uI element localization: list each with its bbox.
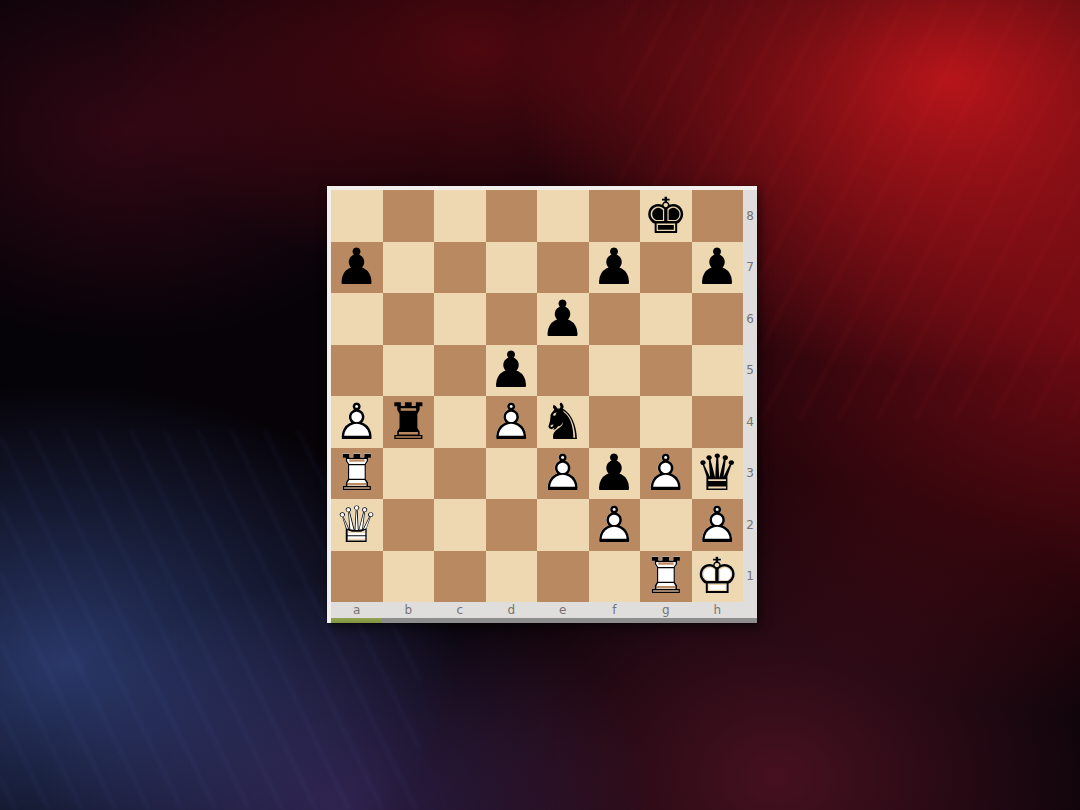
file-coordinates: abcdefgh [331,602,757,618]
square-e2[interactable] [537,499,589,551]
square-h2[interactable]: ♟♙ [692,499,744,551]
black-pawn[interactable]: ♟ [537,293,589,345]
black-pawn[interactable]: ♟ [589,448,641,500]
file-label-a: a [331,602,383,618]
square-b1[interactable] [383,551,435,603]
square-g5[interactable] [640,345,692,397]
square-b8[interactable] [383,190,435,242]
piece-outline: ♙ [537,448,589,500]
square-c6[interactable] [434,293,486,345]
square-g7[interactable] [640,242,692,294]
square-e6[interactable]: ♟ [537,293,589,345]
square-f3[interactable]: ♟ [589,448,641,500]
square-f2[interactable]: ♟♙ [589,499,641,551]
square-a5[interactable] [331,345,383,397]
white-pawn[interactable]: ♟♙ [537,448,589,500]
square-g8[interactable]: ♚ [640,190,692,242]
square-g1[interactable]: ♜♖ [640,551,692,603]
piece-outline: ♖ [640,551,692,603]
piece-outline: ♙ [331,396,383,448]
square-a6[interactable] [331,293,383,345]
white-queen[interactable]: ♛♕ [331,499,383,551]
square-c4[interactable] [434,396,486,448]
square-f1[interactable] [589,551,641,603]
square-a8[interactable] [331,190,383,242]
file-label-c: c [434,602,486,618]
black-pawn[interactable]: ♟ [589,242,641,294]
rank-label-5: 5 [743,345,757,397]
black-queen[interactable]: ♛ [692,448,744,500]
black-king[interactable]: ♚ [640,190,692,242]
square-h3[interactable]: ♛ [692,448,744,500]
piece-outline: ♙ [486,396,538,448]
progress-fill [331,618,382,623]
piece-outline: ♙ [589,499,641,551]
rank-label-7: 7 [743,242,757,294]
piece-outline: ♙ [692,499,744,551]
board-row: ♚♟♟♟♟♟♟♙♜♟♙♞♜♖♟♙♟♟♙♛♛♕♟♙♟♙♜♖♚♔ 87654321 [331,190,757,602]
white-pawn[interactable]: ♟♙ [589,499,641,551]
square-e4[interactable]: ♞ [537,396,589,448]
square-c7[interactable] [434,242,486,294]
white-pawn[interactable]: ♟♙ [640,448,692,500]
square-a2[interactable]: ♛♕ [331,499,383,551]
square-h1[interactable]: ♚♔ [692,551,744,603]
square-f8[interactable] [589,190,641,242]
square-h5[interactable] [692,345,744,397]
square-b6[interactable] [383,293,435,345]
white-rook[interactable]: ♜♖ [331,448,383,500]
rank-label-8: 8 [743,190,757,242]
square-h6[interactable] [692,293,744,345]
progress-bar [331,618,757,623]
piece-outline: ♙ [640,448,692,500]
black-knight[interactable]: ♞ [537,396,589,448]
square-f6[interactable] [589,293,641,345]
square-e7[interactable] [537,242,589,294]
file-label-d: d [486,602,538,618]
square-b3[interactable] [383,448,435,500]
square-f4[interactable] [589,396,641,448]
white-pawn[interactable]: ♟♙ [692,499,744,551]
square-e5[interactable] [537,345,589,397]
square-a4[interactable]: ♟♙ [331,396,383,448]
file-gutter-spacer [743,602,757,618]
chess-board[interactable]: ♚♟♟♟♟♟♟♙♜♟♙♞♜♖♟♙♟♟♙♛♛♕♟♙♟♙♜♖♚♔ [331,190,743,602]
black-pawn[interactable]: ♟ [692,242,744,294]
square-d6[interactable] [486,293,538,345]
rank-coordinates: 87654321 [743,190,757,602]
square-h8[interactable] [692,190,744,242]
square-b2[interactable] [383,499,435,551]
square-g4[interactable] [640,396,692,448]
square-e3[interactable]: ♟♙ [537,448,589,500]
white-pawn[interactable]: ♟♙ [486,396,538,448]
white-king[interactable]: ♚♔ [692,551,744,603]
black-rook[interactable]: ♜ [383,396,435,448]
rank-label-4: 4 [743,396,757,448]
piece-outline: ♖ [331,448,383,500]
square-e1[interactable] [537,551,589,603]
square-h4[interactable] [692,396,744,448]
square-d8[interactable] [486,190,538,242]
piece-outline: ♕ [331,499,383,551]
square-c5[interactable] [434,345,486,397]
square-g2[interactable] [640,499,692,551]
file-label-e: e [537,602,589,618]
square-e8[interactable] [537,190,589,242]
rank-label-1: 1 [743,551,757,603]
white-pawn[interactable]: ♟♙ [331,396,383,448]
square-f7[interactable]: ♟ [589,242,641,294]
square-a1[interactable] [331,551,383,603]
square-b4[interactable]: ♜ [383,396,435,448]
black-pawn[interactable]: ♟ [331,242,383,294]
square-c8[interactable] [434,190,486,242]
square-b7[interactable] [383,242,435,294]
square-d2[interactable] [486,499,538,551]
chess-board-window: ♚♟♟♟♟♟♟♙♜♟♙♞♜♖♟♙♟♟♙♛♛♕♟♙♟♙♜♖♚♔ 87654321 … [327,186,757,623]
rank-label-6: 6 [743,293,757,345]
white-rook[interactable]: ♜♖ [640,551,692,603]
square-g3[interactable]: ♟♙ [640,448,692,500]
square-d1[interactable] [486,551,538,603]
square-c3[interactable] [434,448,486,500]
square-h7[interactable]: ♟ [692,242,744,294]
rank-label-2: 2 [743,499,757,551]
square-a3[interactable]: ♜♖ [331,448,383,500]
piece-outline: ♔ [692,551,744,603]
square-c2[interactable] [434,499,486,551]
square-a7[interactable]: ♟ [331,242,383,294]
square-d3[interactable] [486,448,538,500]
black-pawn[interactable]: ♟ [486,345,538,397]
square-d4[interactable]: ♟♙ [486,396,538,448]
square-g6[interactable] [640,293,692,345]
square-d5[interactable]: ♟ [486,345,538,397]
file-label-f: f [589,602,641,618]
square-d7[interactable] [486,242,538,294]
file-label-b: b [383,602,435,618]
square-f5[interactable] [589,345,641,397]
square-c1[interactable] [434,551,486,603]
rank-label-3: 3 [743,448,757,500]
square-b5[interactable] [383,345,435,397]
